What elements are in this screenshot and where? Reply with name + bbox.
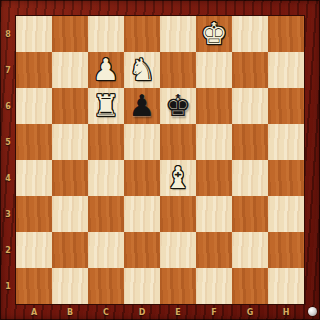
- square-e8[interactable]: [160, 16, 196, 52]
- file-labels: ABCDEFGH: [16, 304, 304, 320]
- file-label-e: E: [160, 304, 196, 320]
- square-h1[interactable]: [268, 268, 304, 304]
- square-g6[interactable]: [232, 88, 268, 124]
- square-d5[interactable]: [124, 124, 160, 160]
- square-g4[interactable]: [232, 160, 268, 196]
- rank-label-8: 8: [0, 16, 16, 52]
- square-h6[interactable]: [268, 88, 304, 124]
- square-b5[interactable]: [52, 124, 88, 160]
- square-e6[interactable]: ♚: [160, 88, 196, 124]
- rank-labels: 87654321: [0, 16, 16, 304]
- square-a3[interactable]: [16, 196, 52, 232]
- square-f2[interactable]: [196, 232, 232, 268]
- square-e2[interactable]: [160, 232, 196, 268]
- rank-label-3: 3: [0, 196, 16, 232]
- square-b4[interactable]: [52, 160, 88, 196]
- square-a1[interactable]: [16, 268, 52, 304]
- square-c8[interactable]: [88, 16, 124, 52]
- white-pawn-c7: ♟: [88, 52, 124, 88]
- square-c4[interactable]: [88, 160, 124, 196]
- square-d4[interactable]: [124, 160, 160, 196]
- square-d2[interactable]: [124, 232, 160, 268]
- square-e3[interactable]: [160, 196, 196, 232]
- square-f3[interactable]: [196, 196, 232, 232]
- file-label-d: D: [124, 304, 160, 320]
- square-d6[interactable]: ♟: [124, 88, 160, 124]
- square-e4[interactable]: ♝: [160, 160, 196, 196]
- square-b1[interactable]: [52, 268, 88, 304]
- square-a8[interactable]: [16, 16, 52, 52]
- square-a5[interactable]: [16, 124, 52, 160]
- file-label-f: F: [196, 304, 232, 320]
- square-g1[interactable]: [232, 268, 268, 304]
- square-h4[interactable]: [268, 160, 304, 196]
- square-b6[interactable]: [52, 88, 88, 124]
- square-h7[interactable]: [268, 52, 304, 88]
- square-h8[interactable]: [268, 16, 304, 52]
- square-a4[interactable]: [16, 160, 52, 196]
- square-e1[interactable]: [160, 268, 196, 304]
- square-f7[interactable]: [196, 52, 232, 88]
- chess-board: ♚♟♞♜♟♚♝: [16, 16, 304, 304]
- file-label-a: A: [16, 304, 52, 320]
- square-a6[interactable]: [16, 88, 52, 124]
- square-g2[interactable]: [232, 232, 268, 268]
- square-g8[interactable]: [232, 16, 268, 52]
- square-e5[interactable]: [160, 124, 196, 160]
- square-a2[interactable]: [16, 232, 52, 268]
- rank-label-7: 7: [0, 52, 16, 88]
- square-f1[interactable]: [196, 268, 232, 304]
- white-knight-d7: ♞: [124, 52, 160, 88]
- square-d7[interactable]: ♞: [124, 52, 160, 88]
- square-b7[interactable]: [52, 52, 88, 88]
- file-label-b: B: [52, 304, 88, 320]
- square-c5[interactable]: [88, 124, 124, 160]
- rank-label-4: 4: [0, 160, 16, 196]
- square-h3[interactable]: [268, 196, 304, 232]
- square-e7[interactable]: [160, 52, 196, 88]
- white-to-move-indicator: [308, 307, 317, 316]
- file-label-c: C: [88, 304, 124, 320]
- square-c1[interactable]: [88, 268, 124, 304]
- square-d8[interactable]: [124, 16, 160, 52]
- square-d3[interactable]: [124, 196, 160, 232]
- square-f4[interactable]: [196, 160, 232, 196]
- square-a7[interactable]: [16, 52, 52, 88]
- white-king-f8: ♚: [196, 16, 232, 52]
- square-b8[interactable]: [52, 16, 88, 52]
- file-label-h: H: [268, 304, 304, 320]
- square-c6[interactable]: ♜: [88, 88, 124, 124]
- rank-label-6: 6: [0, 88, 16, 124]
- rank-label-1: 1: [0, 268, 16, 304]
- square-g5[interactable]: [232, 124, 268, 160]
- square-c7[interactable]: ♟: [88, 52, 124, 88]
- square-g7[interactable]: [232, 52, 268, 88]
- square-f6[interactable]: [196, 88, 232, 124]
- square-f5[interactable]: [196, 124, 232, 160]
- square-h5[interactable]: [268, 124, 304, 160]
- black-pawn-d6: ♟: [124, 88, 160, 124]
- rank-label-2: 2: [0, 232, 16, 268]
- square-b2[interactable]: [52, 232, 88, 268]
- white-bishop-e4: ♝: [160, 160, 196, 196]
- square-c3[interactable]: [88, 196, 124, 232]
- square-g3[interactable]: [232, 196, 268, 232]
- white-rook-c6: ♜: [88, 88, 124, 124]
- black-king-e6: ♚: [160, 88, 196, 124]
- chess-board-frame: ♚♟♞♜♟♚♝ 87654321 ABCDEFGH: [0, 0, 320, 320]
- rank-label-5: 5: [0, 124, 16, 160]
- square-f8[interactable]: ♚: [196, 16, 232, 52]
- square-d1[interactable]: [124, 268, 160, 304]
- file-label-g: G: [232, 304, 268, 320]
- square-b3[interactable]: [52, 196, 88, 232]
- square-h2[interactable]: [268, 232, 304, 268]
- square-c2[interactable]: [88, 232, 124, 268]
